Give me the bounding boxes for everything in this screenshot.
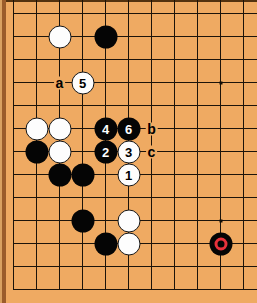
white-stone-numbered: 1 [117,163,140,186]
point-label-b: b [145,122,158,135]
black-stone [94,25,117,48]
grid-line-vertical [174,0,176,290]
black-stone [71,163,94,186]
black-stone [48,163,71,186]
white-stone-numbered: 5 [71,71,94,94]
go-board: 546231abc [0,0,257,303]
black-stone [71,209,94,232]
grid-line-horizontal [13,105,257,107]
black-stone [25,140,48,163]
white-stone [117,232,140,255]
white-stone [48,25,71,48]
point-label-c: c [146,145,158,158]
black-stone-marked [209,232,232,255]
grid-line-vertical [197,0,199,290]
black-stone-numbered: 4 [94,117,117,140]
red-circle-marker [214,237,227,250]
point-label-a: a [54,76,66,89]
grid-line-vertical [243,0,245,290]
grid-line-horizontal [13,266,257,268]
star-point [219,219,222,222]
grid-line-horizontal [13,289,257,291]
black-stone [94,232,117,255]
white-stone [48,140,71,163]
go-diagram: 546231abc [0,0,257,303]
grid-line-horizontal [13,13,257,15]
move-number: 4 [102,122,109,135]
star-point [219,81,222,84]
move-number: 2 [102,145,109,158]
move-number: 3 [125,145,132,158]
grid-line-vertical [82,0,84,290]
grid-line-horizontal [13,197,257,199]
board-left-edge [2,0,6,303]
white-stone [117,209,140,232]
white-stone-numbered: 3 [117,140,140,163]
white-stone [25,117,48,140]
black-stone-numbered: 6 [117,117,140,140]
move-number: 1 [125,168,132,181]
black-stone-numbered: 2 [94,140,117,163]
white-stone [48,117,71,140]
move-number: 5 [79,76,86,89]
move-number: 6 [125,122,132,135]
grid-line-horizontal [13,59,257,61]
grid-line-vertical [13,0,15,290]
